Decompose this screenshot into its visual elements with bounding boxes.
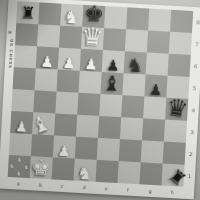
us-chess-logo: ♞♞♞♞ xyxy=(8,155,31,178)
piece-white-knight-c8[interactable]: ♞ xyxy=(63,8,80,26)
square-g8[interactable] xyxy=(148,9,171,32)
file-label-h: h xyxy=(161,187,184,198)
brand-mark-icon: ⊕ xyxy=(8,29,13,35)
file-label-f: f xyxy=(117,184,140,195)
square-h6[interactable] xyxy=(168,54,191,77)
square-c6[interactable]: ♟ xyxy=(58,48,81,71)
square-a5[interactable] xyxy=(13,67,36,90)
piece-white-pawn-b6[interactable]: ♟ xyxy=(40,54,54,69)
square-f2[interactable] xyxy=(119,139,142,162)
square-c2[interactable]: ♟ xyxy=(53,135,76,158)
square-f6[interactable]: ♞ xyxy=(124,51,147,74)
square-c4[interactable] xyxy=(55,92,78,115)
logo-knight-icon: ♞ xyxy=(16,171,22,177)
file-label-b: b xyxy=(29,179,52,190)
logo-knight-icon: ♞ xyxy=(17,156,23,162)
piece-white-king-b1[interactable]: ♚ xyxy=(31,157,52,179)
square-a7[interactable] xyxy=(15,23,38,46)
rank-label-2: 2 xyxy=(186,143,196,165)
piece-white-pawn-c6[interactable]: ♟ xyxy=(62,56,76,71)
square-d2[interactable] xyxy=(75,137,98,160)
square-c7[interactable] xyxy=(59,26,82,49)
square-h4[interactable]: ♛ xyxy=(165,98,188,121)
piece-white-pawn-c2[interactable]: ♟ xyxy=(57,143,71,158)
square-f7[interactable] xyxy=(125,29,148,52)
logo-knight-icon: ♞ xyxy=(9,163,15,169)
square-b7[interactable] xyxy=(37,24,60,47)
piece-white-pawn-a3[interactable]: ♟ xyxy=(15,120,28,134)
logo-knight-icon: ♞ xyxy=(24,164,30,170)
rank-label-3: 3 xyxy=(187,121,197,143)
piece-white-queen-d7[interactable]: ♛ xyxy=(81,25,105,50)
square-g5[interactable]: ♟ xyxy=(144,74,167,97)
square-c5[interactable] xyxy=(57,70,80,93)
square-e7[interactable] xyxy=(103,28,126,51)
square-b1[interactable]: ♚ xyxy=(30,156,53,179)
chessboard-photo: ♜♞♚♛♟♟♟♟♞♝♟♛♟♝♟♞♞♞♞♚♞♜ ⊕ US CHESS abcdef… xyxy=(0,0,200,200)
square-c1[interactable] xyxy=(52,157,75,180)
square-g7[interactable] xyxy=(147,31,170,54)
square-c3[interactable] xyxy=(54,113,77,136)
rank-label-8: 8 xyxy=(193,11,200,33)
square-f3[interactable] xyxy=(120,117,143,140)
square-a4[interactable] xyxy=(11,89,34,112)
piece-black-rook-a8[interactable]: ♜ xyxy=(20,4,36,21)
square-e2[interactable] xyxy=(97,138,120,161)
square-h3[interactable] xyxy=(164,120,187,143)
square-d4[interactable] xyxy=(77,93,100,116)
square-h7[interactable] xyxy=(169,32,192,55)
file-label-e: e xyxy=(95,183,118,194)
square-e3[interactable] xyxy=(98,116,121,139)
piece-black-bishop-e5[interactable]: ♝ xyxy=(102,74,122,95)
square-e4[interactable] xyxy=(99,94,122,117)
square-a6[interactable] xyxy=(14,45,37,68)
square-f4[interactable] xyxy=(121,95,144,118)
piece-black-queen-h4[interactable]: ♛ xyxy=(165,96,190,122)
file-label-g: g xyxy=(139,185,162,196)
square-h2[interactable] xyxy=(163,142,186,165)
square-a2[interactable] xyxy=(9,133,32,156)
square-g4[interactable] xyxy=(143,96,166,119)
rank-label-7: 7 xyxy=(192,33,200,55)
square-f5[interactable] xyxy=(122,73,145,96)
square-d5[interactable] xyxy=(78,71,101,94)
square-e6[interactable]: ♟ xyxy=(102,50,125,73)
square-a1[interactable]: ♞♞♞♞ xyxy=(8,155,31,178)
square-b8[interactable] xyxy=(38,2,61,25)
square-h8[interactable] xyxy=(170,10,193,33)
piece-white-pawn-d6[interactable]: ♟ xyxy=(84,57,98,72)
square-g3[interactable] xyxy=(142,118,165,141)
square-d6[interactable]: ♟ xyxy=(80,49,103,72)
piece-black-knight-f6[interactable]: ♞ xyxy=(126,55,144,74)
square-d7[interactable]: ♛ xyxy=(81,27,104,50)
square-b3[interactable]: ♝ xyxy=(32,112,55,135)
square-f1[interactable] xyxy=(117,161,140,184)
square-b6[interactable]: ♟ xyxy=(36,46,59,69)
square-f8[interactable] xyxy=(126,7,149,30)
square-g6[interactable] xyxy=(146,52,169,75)
square-e1[interactable] xyxy=(96,160,119,183)
square-h1[interactable]: ♜ xyxy=(161,164,184,187)
square-g1[interactable] xyxy=(139,162,162,185)
square-c8[interactable]: ♞ xyxy=(60,4,83,27)
square-b5[interactable] xyxy=(35,68,58,91)
square-g2[interactable] xyxy=(141,140,164,163)
chess-board: ♜♞♚♛♟♟♟♟♞♝♟♛♟♝♟♞♞♞♞♚♞♜ ⊕ US CHESS abcdef… xyxy=(0,0,200,199)
piece-white-knight-d1[interactable]: ♞ xyxy=(76,164,93,182)
piece-black-pawn-g5[interactable]: ♟ xyxy=(149,82,163,97)
board-grid: ♜♞♚♛♟♟♟♟♞♝♟♛♟♝♟♞♞♞♞♚♞♜ xyxy=(8,1,194,187)
rank-label-6: 6 xyxy=(191,55,200,77)
square-e5[interactable]: ♝ xyxy=(100,72,123,95)
file-label-c: c xyxy=(51,180,74,191)
square-d3[interactable] xyxy=(76,115,99,138)
square-d1[interactable]: ♞ xyxy=(74,159,97,182)
square-e8[interactable] xyxy=(104,6,127,29)
square-a8[interactable]: ♜ xyxy=(16,1,39,24)
file-label-a: a xyxy=(7,178,30,189)
rank-label-5: 5 xyxy=(189,77,199,99)
